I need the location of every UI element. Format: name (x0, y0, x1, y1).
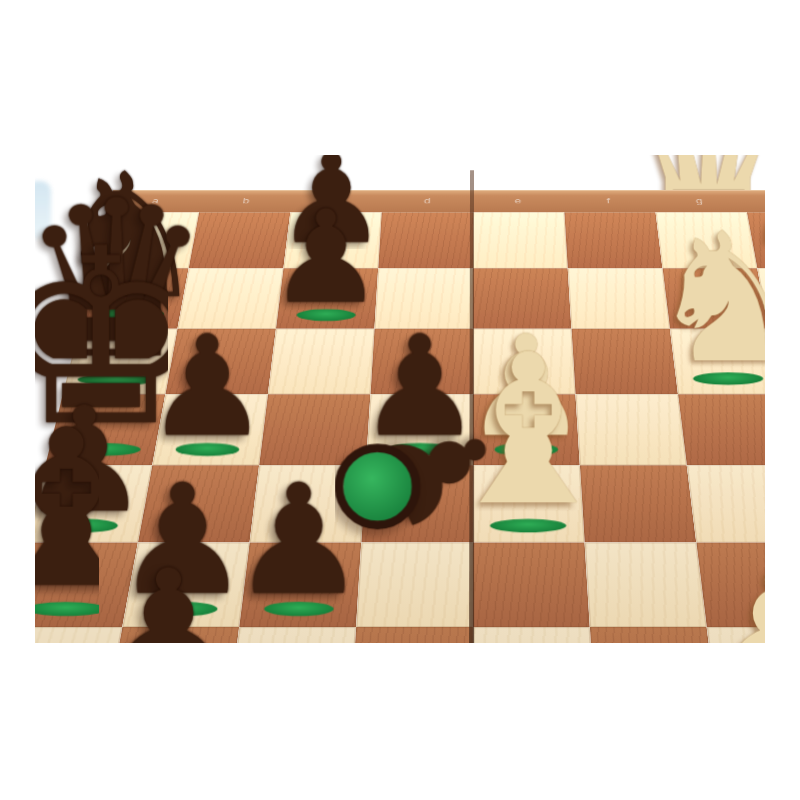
pawn-icon: ♟ (97, 555, 240, 643)
square-e8 (473, 212, 568, 268)
felt-base (297, 309, 356, 321)
square-f3 (585, 543, 707, 628)
dark-pawn-c7: ♟ (268, 198, 383, 321)
square-d3 (356, 543, 473, 628)
square-g5 (678, 394, 765, 465)
rim-label-d: d (382, 191, 473, 212)
square-d2 (350, 627, 473, 643)
square-d8 (378, 212, 473, 268)
square-g4 (687, 465, 765, 542)
chessboard: abcdefgh ♟♛♟♞♟♛♞♟♚♟♟♟♟♟♝♝♟♟♟♟♟ (35, 191, 765, 643)
pawn-icon: ♟ (706, 555, 765, 643)
felt-base (35, 601, 106, 615)
pawn-icon: ♟ (230, 470, 367, 610)
felt-base (264, 601, 334, 615)
board-grid: ♟♛♟♞♟♛♞♟♚♟♟♟♟♟♝♝♟♟♟♟♟ (35, 212, 765, 643)
felt-base (490, 518, 566, 532)
board-scene: abcdefgh ♟♛♟♞♟♛♞♟♚♟♟♟♟♟♝♝♟♟♟♟♟ (35, 155, 765, 643)
chess-set-photo: abcdefgh ♟♛♟♞♟♛♞♟♚♟♟♟♟♟♝♝♟♟♟♟♟ (35, 155, 765, 643)
knight-icon: ♞ (648, 216, 765, 381)
dark-pawn-c3: ♟ (230, 470, 367, 615)
light-pawn-g2: ♟ (706, 555, 765, 643)
square-f2 (590, 627, 718, 643)
rim-label-e: e (473, 191, 564, 212)
square-e3 (473, 543, 590, 628)
dark-pawn-b2: ♟ (97, 555, 240, 643)
photo-page: abcdefgh ♟♛♟♞♟♛♞♟♚♟♟♟♟♟♝♝♟♟♟♟♟ (0, 0, 800, 800)
square-e2 (473, 627, 596, 643)
light-knight-g6: ♞ (648, 216, 765, 385)
bishop-icon: ♝ (436, 336, 622, 527)
pawn-icon: ♟ (268, 198, 383, 316)
square-c2 (228, 627, 356, 643)
light-bishop-e4: ♝ (436, 336, 622, 532)
